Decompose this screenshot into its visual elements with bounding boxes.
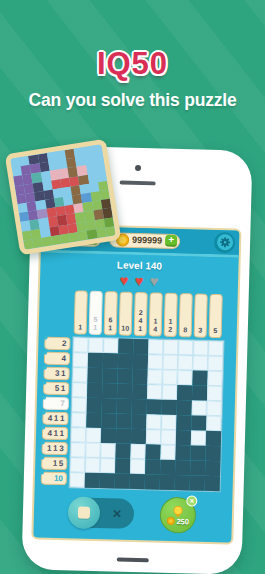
grid-cell[interactable] [117, 383, 132, 398]
col-clue-card: 61 [104, 291, 118, 335]
grid-cell[interactable] [192, 385, 207, 400]
grid-cell[interactable] [206, 431, 221, 446]
grid-cell[interactable] [147, 369, 162, 384]
grid-cell[interactable] [176, 430, 191, 445]
col-clue-card: 3 [194, 293, 208, 337]
grid-cell[interactable] [88, 353, 103, 368]
grid-cell[interactable] [71, 412, 86, 427]
col-clue-card: 10 [119, 292, 133, 336]
grid-cell[interactable] [160, 460, 175, 475]
grid-cell[interactable] [175, 460, 190, 475]
grid-cell[interactable] [192, 370, 207, 385]
grid-cell[interactable] [162, 385, 177, 400]
grid-cell[interactable] [146, 429, 161, 444]
grid-cell[interactable] [145, 474, 160, 489]
row-clue-card: 1 1 3 [41, 442, 67, 456]
grid-cell[interactable] [205, 446, 220, 461]
col-clue-card: 5 [209, 294, 223, 338]
page-title: IQ50 [0, 46, 265, 82]
grid-cell[interactable] [100, 443, 115, 458]
grid-cell[interactable] [132, 369, 147, 384]
grid-cell[interactable] [87, 398, 102, 413]
grid-cell[interactable] [163, 340, 178, 355]
grid-cell[interactable] [130, 474, 145, 489]
col-clue-card: 14 [149, 292, 163, 336]
grid-cell[interactable] [176, 415, 191, 430]
col-clue-card: 12 [164, 293, 178, 337]
grid-cell[interactable] [131, 414, 146, 429]
grid-cell[interactable] [70, 472, 85, 487]
row-clue-card: 3 1 [43, 367, 69, 381]
grid-cell[interactable] [160, 475, 175, 490]
grid-cell[interactable] [88, 338, 103, 353]
grid-cell[interactable] [130, 459, 145, 474]
thumbnail-pixels [10, 144, 115, 249]
col-clue-card: 241 [134, 292, 148, 336]
grid-cell[interactable] [145, 459, 160, 474]
row-clue-card: 7 [43, 397, 69, 411]
grid-cell[interactable] [101, 428, 116, 443]
grid-cell[interactable] [207, 371, 222, 386]
settings-button[interactable] [214, 231, 236, 253]
home-indicator [117, 558, 149, 563]
gear-icon [216, 234, 232, 250]
grid-cell[interactable] [87, 383, 102, 398]
nonogram-board: 15161102411412835 243 15 174 1 14 1 11 1… [41, 290, 224, 491]
grid-cell[interactable] [100, 473, 115, 488]
grid-cell[interactable] [208, 341, 223, 356]
grid-cell[interactable] [161, 430, 176, 445]
mode-toggle[interactable]: × [70, 497, 135, 529]
grid-cell[interactable] [162, 370, 177, 385]
camera-icon [135, 165, 141, 171]
grid-cell[interactable] [116, 413, 131, 428]
grid-cell[interactable] [163, 355, 178, 370]
grid-cell[interactable] [85, 458, 100, 473]
fill-mode-button[interactable] [68, 496, 101, 529]
grid-cell[interactable] [103, 353, 118, 368]
grid-cell[interactable] [102, 383, 117, 398]
grid-cell[interactable] [161, 415, 176, 430]
col-clues: 15161102411412835 [73, 290, 224, 338]
hint-cost: 250 [166, 516, 189, 526]
grid-cell[interactable] [73, 337, 88, 352]
puzzle-grid [69, 336, 225, 492]
bottom-toolbar: × 250 × [33, 487, 232, 540]
grid-cell[interactable] [117, 398, 132, 413]
row-clue-card: 10 [41, 472, 67, 486]
grid-cell[interactable] [207, 386, 222, 401]
grid-cell[interactable] [118, 339, 133, 354]
grid-cell[interactable] [160, 445, 175, 460]
grid-cell[interactable] [86, 428, 101, 443]
puzzle-preview-image [5, 139, 122, 256]
heart-icon: ♥ [149, 272, 158, 289]
grid-cell[interactable] [130, 444, 145, 459]
grid-cell[interactable] [118, 354, 133, 369]
grid-cell[interactable] [115, 473, 130, 488]
game-screen: 00:00 + 999999 + [31, 223, 241, 544]
grid-cell[interactable] [115, 443, 130, 458]
hearts-row: ♥♥♥ [40, 269, 238, 292]
coin-value: 999999 [132, 235, 162, 246]
grid-cell[interactable] [70, 442, 85, 457]
grid-cell[interactable] [145, 444, 160, 459]
hint-close-badge[interactable]: × [186, 495, 197, 506]
cross-mode-button[interactable]: × [100, 498, 135, 529]
page-subtitle: Can you solve this puzzle [0, 90, 265, 111]
grid-cell[interactable] [175, 475, 190, 490]
grid-cell[interactable] [191, 415, 206, 430]
coin-icon [166, 517, 174, 525]
grid-cell[interactable] [205, 476, 220, 491]
grid-cell[interactable] [133, 354, 148, 369]
grid-cell[interactable] [193, 355, 208, 370]
grid-cell[interactable] [72, 382, 87, 397]
grid-cell[interactable] [85, 443, 100, 458]
fill-square-icon [78, 507, 90, 519]
col-clue-card: 8 [179, 293, 193, 337]
grid-cell[interactable] [70, 457, 85, 472]
grid-cell[interactable] [103, 338, 118, 353]
grid-cell[interactable] [177, 385, 192, 400]
row-clue-card: 4 1 1 [42, 412, 68, 426]
grid-cell[interactable] [117, 368, 132, 383]
grid-cell[interactable] [162, 400, 177, 415]
grid-cell[interactable] [132, 399, 147, 414]
grid-cell[interactable] [116, 428, 131, 443]
grid-cell[interactable] [148, 339, 163, 354]
row-clue-card: 4 [44, 352, 70, 366]
grid-cell[interactable] [207, 401, 222, 416]
grid-cell[interactable] [102, 368, 117, 383]
grid-cell[interactable] [146, 414, 161, 429]
grid-cell[interactable] [131, 429, 146, 444]
grid-cell[interactable] [72, 397, 87, 412]
app-store-screenshot: IQ50 Can you solve this puzzle 00:00 + 9… [0, 0, 265, 574]
add-coins-button[interactable]: + [165, 235, 177, 247]
grid-cell[interactable] [192, 400, 207, 415]
grid-cell[interactable] [175, 445, 190, 460]
grid-cell[interactable] [205, 461, 220, 476]
heart-icon: ♥ [134, 272, 143, 289]
grid-cell[interactable] [177, 370, 192, 385]
col-clue-card: 51 [89, 291, 103, 335]
row-clue-card: 2 [44, 337, 70, 351]
grid-cell[interactable] [190, 475, 205, 490]
grid-cell[interactable] [190, 460, 205, 475]
grid-cell[interactable] [193, 340, 208, 355]
grid-cell[interactable] [208, 356, 223, 371]
grid-cell[interactable] [191, 430, 206, 445]
grid-cell[interactable] [147, 399, 162, 414]
hint-button[interactable]: 250 × [159, 497, 196, 534]
grid-cell[interactable] [190, 445, 205, 460]
heart-icon: ♥ [120, 272, 129, 289]
grid-cell[interactable] [86, 413, 101, 428]
grid-cell[interactable] [148, 354, 163, 369]
row-clue-card: 1 5 [41, 457, 67, 471]
row-clues: 243 15 174 1 14 1 11 1 31 510 [41, 336, 71, 487]
row-clue-card: 4 1 1 [42, 427, 68, 441]
grid-cell[interactable] [102, 398, 117, 413]
grid-cell[interactable] [115, 458, 130, 473]
grid-cell[interactable] [72, 367, 87, 382]
speaker-slot [120, 180, 156, 185]
grid-cell[interactable] [73, 352, 88, 367]
grid-cell[interactable] [100, 458, 115, 473]
pixel [105, 226, 116, 237]
grid-cell[interactable] [178, 340, 193, 355]
grid-cell[interactable] [147, 384, 162, 399]
grid-cell[interactable] [101, 413, 116, 428]
grid-cell[interactable] [177, 400, 192, 415]
grid-cell[interactable] [71, 427, 86, 442]
grid-cell[interactable] [178, 355, 193, 370]
grid-cell[interactable] [87, 368, 102, 383]
grid-cell[interactable] [85, 473, 100, 488]
grid-cell[interactable] [133, 339, 148, 354]
row-clue-card: 5 1 [43, 382, 69, 396]
grid-cell[interactable] [206, 416, 221, 431]
col-clue-card: 1 [74, 290, 88, 334]
grid-cell[interactable] [132, 384, 147, 399]
